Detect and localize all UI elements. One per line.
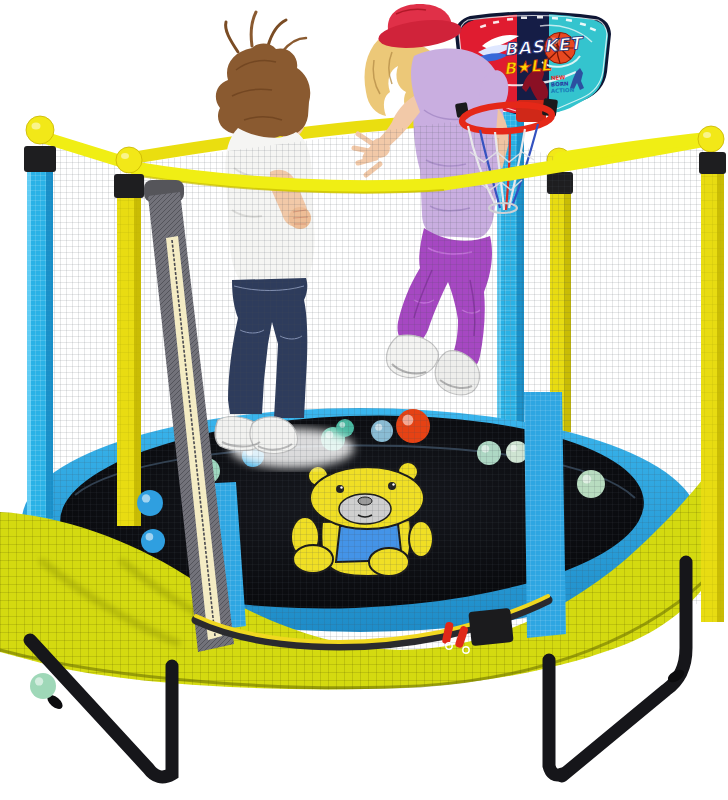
play-ball <box>30 673 56 699</box>
product-photo-stage: BASKET B★LL NEW BORN ACTION <box>0 0 728 800</box>
trampoline-scene: BASKET B★LL NEW BORN ACTION <box>0 0 728 800</box>
play-ball-highlight <box>142 494 150 502</box>
enclosure-pole-left <box>24 116 56 518</box>
pole-cap-ball <box>698 126 724 152</box>
play-ball-highlight <box>35 677 43 685</box>
play-ball <box>137 490 163 516</box>
enclosure-pole-right <box>698 126 726 622</box>
play-ball-highlight <box>146 533 154 541</box>
play-ball <box>141 529 165 553</box>
pole-clamp <box>699 152 726 174</box>
pole-cap-ball <box>26 116 54 144</box>
pole-cap-ball <box>116 147 142 173</box>
enclosure-pole-left-center <box>114 147 144 526</box>
pole-clamp <box>24 146 56 172</box>
tagline-line3: ACTION <box>551 87 575 94</box>
pole-clamp <box>114 174 144 198</box>
zipper-patch <box>468 608 513 646</box>
